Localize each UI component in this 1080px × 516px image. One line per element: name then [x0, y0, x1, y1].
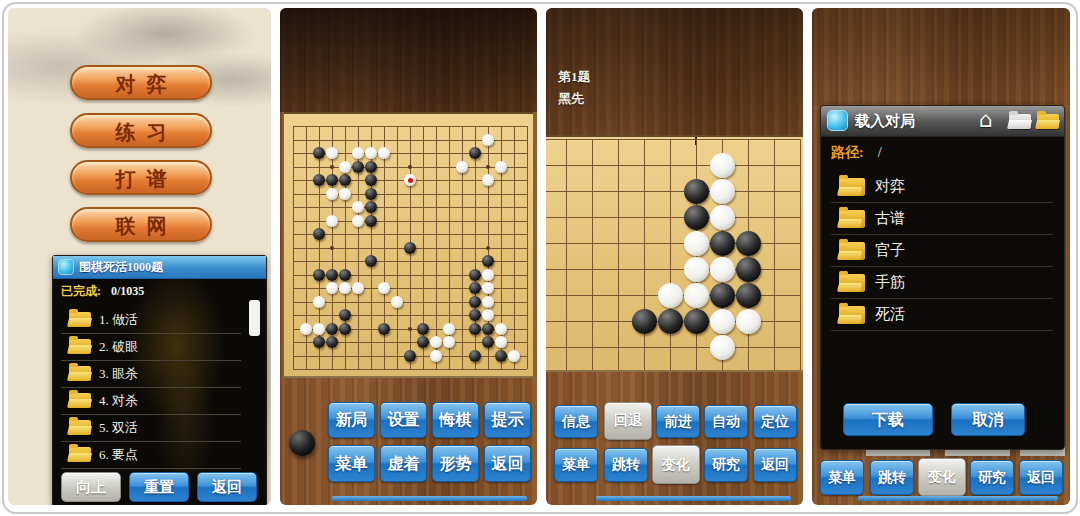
list-item-label: 3. 眼杀	[99, 365, 138, 383]
stone-white	[495, 161, 507, 173]
stone-white	[352, 147, 364, 159]
stone-white	[456, 161, 468, 173]
stone-white	[352, 282, 364, 294]
problems-dialog: 围棋死活1000题 已完成:0/1035 1. 做活 2. 破眼 3. 眼杀 4…	[52, 255, 267, 505]
pass-button[interactable]: 虚着	[380, 445, 427, 482]
stone-black	[326, 269, 338, 281]
folder-label: 死活	[875, 305, 905, 324]
folder-label: 官子	[875, 241, 905, 260]
wood-shade-top	[812, 8, 1070, 105]
last-move-marker	[408, 178, 413, 183]
stone-black	[339, 309, 351, 321]
stone-black	[365, 255, 377, 267]
turn-indicator-black-stone	[289, 430, 315, 456]
stone-white	[482, 269, 494, 281]
dialog-title: 围棋死活1000题	[79, 259, 163, 276]
folder-label: 对弈	[875, 177, 905, 196]
stone-black	[469, 296, 481, 308]
forward-button[interactable]: 前进	[656, 405, 700, 438]
stone-white	[482, 134, 494, 146]
app-stone-icon	[827, 110, 848, 131]
dialog-title-bar: 围棋死活1000题	[53, 256, 266, 279]
return-button[interactable]: 返回	[1019, 460, 1063, 495]
stone-white	[378, 147, 390, 159]
stone-black	[469, 147, 481, 159]
menu-button[interactable]: 菜单	[554, 448, 598, 482]
folder-icon	[839, 242, 865, 260]
stone-black	[313, 174, 325, 186]
folder-item-duiyi[interactable]: 对弈	[831, 170, 1053, 203]
menu-button-play[interactable]: 对弈	[70, 65, 212, 100]
stone-white	[684, 257, 709, 282]
stone-black	[684, 179, 709, 204]
completed-value: 0/1035	[111, 284, 144, 298]
stone-black	[632, 309, 657, 334]
menu-button-network[interactable]: 联网	[70, 207, 212, 242]
stone-black	[736, 257, 761, 282]
list-item-5[interactable]: 5. 双活	[61, 414, 241, 442]
study-button[interactable]: 研究	[704, 448, 748, 482]
stone-black	[482, 336, 494, 348]
reset-button[interactable]: 重置	[129, 472, 189, 502]
menu-button-practice[interactable]: 练习	[70, 113, 212, 148]
download-button[interactable]: 下载	[843, 403, 933, 436]
stone-white	[684, 283, 709, 308]
folder-icon	[839, 306, 865, 324]
list-item-label: 4. 对杀	[99, 392, 138, 410]
list-item-3[interactable]: 3. 眼杀	[61, 360, 241, 388]
new-game-button[interactable]: 新局	[328, 402, 375, 438]
jump-button[interactable]: 跳转	[870, 460, 914, 495]
study-button[interactable]: 研究	[970, 460, 1014, 495]
stone-white	[339, 188, 351, 200]
settings-button[interactable]: 设置	[380, 402, 427, 438]
list-item-1[interactable]: 1. 做活	[61, 306, 241, 334]
folder-icon	[69, 447, 91, 462]
folder-label: 古谱	[875, 209, 905, 228]
home-icon[interactable]: ⌂	[979, 110, 1001, 130]
folder-label: 手筋	[875, 273, 905, 292]
stone-white	[443, 336, 455, 348]
stone-black	[469, 269, 481, 281]
folder-icon	[839, 274, 865, 292]
stone-white	[710, 309, 735, 334]
panel-main-menu: 对弈 练习 打谱 联网 围棋死活1000题 已完成:0/1035 1. 做活 2…	[8, 8, 271, 505]
dialog-title: 载入对局	[855, 112, 915, 131]
menu-button[interactable]: 菜单	[820, 460, 864, 495]
path-label: 路径:	[831, 145, 864, 160]
list-item-4[interactable]: 4. 对杀	[61, 387, 241, 415]
jump-button[interactable]: 跳转	[604, 448, 648, 482]
stone-white	[710, 205, 735, 230]
list-item-label: 1. 做活	[99, 311, 138, 329]
stone-white	[378, 282, 390, 294]
return-button[interactable]: 返回	[484, 445, 531, 482]
wood-shade-top	[280, 8, 537, 112]
stone-black	[365, 201, 377, 213]
stone-black	[365, 161, 377, 173]
stone-white	[352, 201, 364, 213]
stone-white	[326, 215, 338, 227]
hint-button[interactable]: 提示	[484, 402, 531, 438]
stone-black	[313, 269, 325, 281]
stone-black	[339, 323, 351, 335]
folder-item-shoujin[interactable]: 手筋	[831, 266, 1053, 299]
stone-white	[710, 335, 735, 360]
return-button[interactable]: 返回	[753, 448, 797, 482]
stone-black	[469, 282, 481, 294]
stone-white	[482, 309, 494, 321]
stone-white	[443, 323, 455, 335]
stone-white	[495, 336, 507, 348]
menu-button[interactable]: 菜单	[328, 445, 375, 482]
completed-label: 已完成:	[61, 284, 101, 298]
list-item-2[interactable]: 2. 破眼	[61, 333, 241, 361]
bottom-accent-bar	[858, 496, 1058, 501]
up-button[interactable]: 向上	[61, 472, 121, 502]
stone-white	[710, 257, 735, 282]
stone-white	[495, 323, 507, 335]
stone-white	[430, 350, 442, 362]
territory-button[interactable]: 形势	[432, 445, 479, 482]
stone-black	[736, 231, 761, 256]
stone-black	[313, 228, 325, 240]
stone-white	[404, 174, 416, 186]
stone-black	[658, 309, 683, 334]
stone-white	[658, 283, 683, 308]
folder-icon	[69, 312, 91, 327]
load-dialog: 载入对局 ⌂ 路径:/ 对弈 古谱 官子 手筋 死活 下载 取消	[820, 105, 1065, 450]
stone-black	[710, 283, 735, 308]
stone-black	[736, 283, 761, 308]
stone-black	[482, 255, 494, 267]
list-item-label: 6. 要点	[99, 446, 138, 464]
folder-icon	[839, 178, 865, 196]
list-item-label: 5. 双活	[99, 419, 138, 437]
stone-white	[391, 296, 403, 308]
panel-problem: 第1题 黑先 信息 回退 前进 自动 定位 菜单 跳转 变化 研究 返回	[546, 8, 803, 505]
stone-white	[508, 350, 520, 362]
bottom-accent-bar	[596, 496, 791, 501]
stone-white	[482, 296, 494, 308]
stone-black	[417, 336, 429, 348]
stone-black	[417, 323, 429, 335]
stone-black	[313, 336, 325, 348]
stone-white	[326, 188, 338, 200]
folder-icon	[69, 393, 91, 408]
list-item-6[interactable]: 6. 要点	[61, 441, 241, 469]
path-row: 路径:/	[831, 144, 882, 162]
folder-item-gupu[interactable]: 古谱	[831, 202, 1053, 235]
stone-black	[710, 231, 735, 256]
stone-black	[469, 350, 481, 362]
stone-black	[404, 350, 416, 362]
stone-white	[710, 179, 735, 204]
stone-black	[326, 336, 338, 348]
variation-button[interactable]: 变化	[918, 458, 966, 496]
stone-black	[326, 323, 338, 335]
stone-white	[352, 215, 364, 227]
stone-black	[495, 350, 507, 362]
list-item-label: 2. 破眼	[99, 338, 138, 356]
stone-black	[339, 174, 351, 186]
stone-black	[365, 188, 377, 200]
stone-black	[365, 215, 377, 227]
step-back-button[interactable]: 回退	[604, 402, 652, 440]
cancel-button[interactable]: 取消	[951, 403, 1025, 436]
folder-icon	[839, 210, 865, 228]
back-button[interactable]: 返回	[197, 472, 257, 502]
stone-white	[313, 323, 325, 335]
scrollbar[interactable]	[249, 300, 260, 336]
stone-black	[365, 174, 377, 186]
stone-black	[469, 309, 481, 321]
stone-white	[684, 231, 709, 256]
app-stone-icon	[58, 259, 74, 275]
stone-black	[469, 323, 481, 335]
auto-button[interactable]: 自动	[704, 405, 748, 438]
bottom-accent-bar	[332, 496, 527, 501]
board-problem[interactable]	[546, 135, 803, 372]
stone-white	[339, 282, 351, 294]
stone-black	[313, 147, 325, 159]
stone-white	[482, 174, 494, 186]
stone-black	[378, 323, 390, 335]
undo-button[interactable]: 悔棋	[432, 402, 479, 438]
stone-black	[339, 269, 351, 281]
stone-black	[404, 242, 416, 254]
path-value: /	[878, 145, 882, 160]
locate-button[interactable]: 定位	[753, 405, 797, 438]
stone-black	[326, 174, 338, 186]
panel-game: 新局 设置 悔棋 提示 菜单 虚着 形势 返回	[280, 8, 537, 505]
variation-button[interactable]: 变化	[652, 445, 700, 484]
open-folder-white-icon[interactable]	[1009, 114, 1031, 129]
stone-black	[684, 205, 709, 230]
stone-white	[430, 336, 442, 348]
to-play-label: 黑先	[558, 90, 584, 108]
folder-icon	[69, 339, 91, 354]
stone-white	[326, 147, 338, 159]
stone-white	[326, 282, 338, 294]
menu-button-replay[interactable]: 打谱	[70, 160, 212, 195]
folder-icon	[69, 366, 91, 381]
stone-white	[313, 296, 325, 308]
panel-load-game: 载入对局 ⌂ 路径:/ 对弈 古谱 官子 手筋 死活 下载 取消 菜单 跳转 变…	[812, 8, 1070, 505]
folder-item-sihuo[interactable]: 死活	[831, 298, 1053, 331]
stone-black	[482, 323, 494, 335]
open-folder-yellow-icon[interactable]	[1037, 114, 1059, 129]
problem-number-label: 第1题	[558, 68, 591, 86]
stone-white	[710, 153, 735, 178]
stone-white	[482, 282, 494, 294]
stone-white	[339, 161, 351, 173]
info-button[interactable]: 信息	[554, 405, 598, 438]
dialog-title-bar: 载入对局 ⌂	[821, 106, 1064, 137]
stone-black	[684, 309, 709, 334]
stone-white	[365, 147, 377, 159]
stone-white	[736, 309, 761, 334]
stone-white	[300, 323, 312, 335]
board-main[interactable]	[284, 112, 533, 378]
completed-row: 已完成:0/1035	[61, 283, 144, 300]
stone-black	[352, 161, 364, 173]
folder-item-guanzi[interactable]: 官子	[831, 234, 1053, 267]
folder-icon	[69, 420, 91, 435]
